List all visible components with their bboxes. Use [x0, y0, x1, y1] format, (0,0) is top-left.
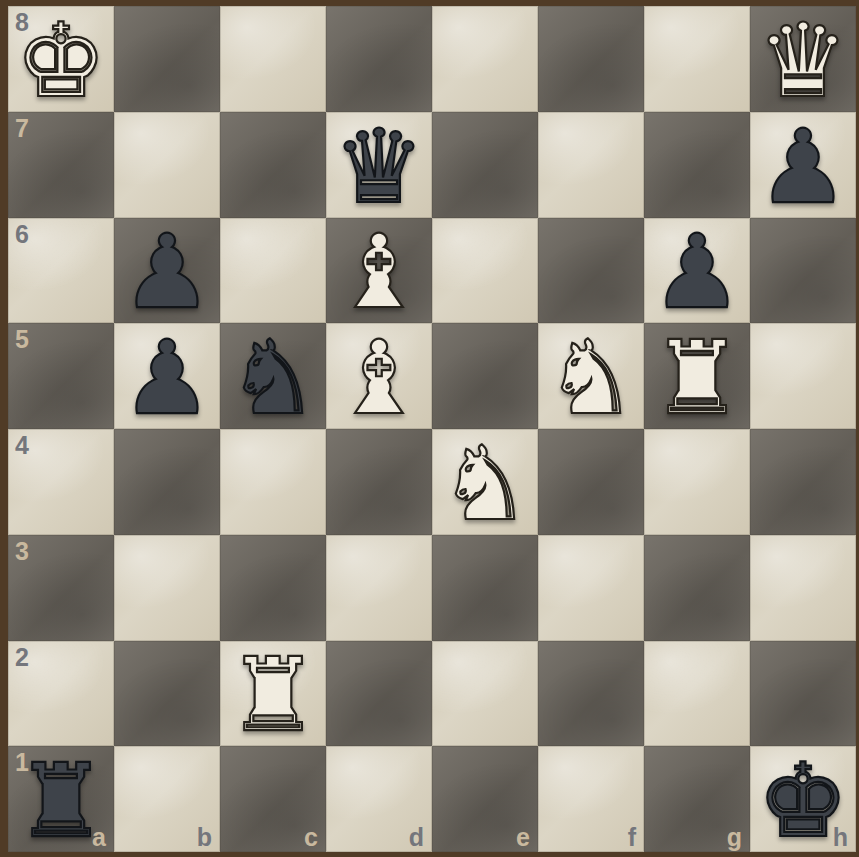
square-d7[interactable]: ♛: [326, 112, 432, 218]
square-c5[interactable]: ♞: [220, 323, 326, 429]
rank-label-6: 6: [15, 222, 29, 247]
rank-label-7: 7: [15, 116, 29, 141]
square-d6[interactable]: ♝: [326, 218, 432, 324]
piece-white-queen[interactable]: ♛: [757, 10, 848, 112]
square-g4[interactable]: [644, 429, 750, 535]
square-f1[interactable]: f: [538, 746, 644, 852]
square-b3[interactable]: [114, 535, 220, 641]
square-b6[interactable]: ♟: [114, 218, 220, 324]
square-g2[interactable]: [644, 641, 750, 747]
square-e8[interactable]: [432, 6, 538, 112]
file-label-e: e: [516, 825, 530, 850]
piece-white-rook[interactable]: ♜: [651, 327, 742, 429]
board-frame: 8♚♛7♛♟6♟♝♟5♟♞♝♞♜4♞32♜1a♜bcdefgh♚: [0, 0, 859, 857]
square-g7[interactable]: [644, 112, 750, 218]
square-c3[interactable]: [220, 535, 326, 641]
piece-black-king[interactable]: ♚: [757, 750, 848, 852]
square-d5[interactable]: ♝: [326, 323, 432, 429]
square-h7[interactable]: ♟: [750, 112, 856, 218]
file-label-d: d: [409, 825, 424, 850]
square-c4[interactable]: [220, 429, 326, 535]
file-label-f: f: [628, 825, 636, 850]
square-g8[interactable]: [644, 6, 750, 112]
square-f6[interactable]: [538, 218, 644, 324]
piece-white-knight[interactable]: ♞: [439, 433, 530, 535]
square-h2[interactable]: [750, 641, 856, 747]
piece-black-pawn[interactable]: ♟: [651, 221, 742, 323]
square-c1[interactable]: c: [220, 746, 326, 852]
chess-board: 8♚♛7♛♟6♟♝♟5♟♞♝♞♜4♞32♜1a♜bcdefgh♚: [8, 6, 856, 852]
square-f8[interactable]: [538, 6, 644, 112]
file-label-g: g: [727, 825, 742, 850]
square-h8[interactable]: ♛: [750, 6, 856, 112]
piece-black-pawn[interactable]: ♟: [757, 116, 848, 218]
rank-label-5: 5: [15, 327, 29, 352]
square-e4[interactable]: ♞: [432, 429, 538, 535]
square-a5[interactable]: 5: [8, 323, 114, 429]
piece-white-king[interactable]: ♚: [15, 10, 106, 112]
piece-white-bishop[interactable]: ♝: [333, 221, 424, 323]
piece-black-queen[interactable]: ♛: [333, 116, 424, 218]
piece-black-pawn[interactable]: ♟: [121, 221, 212, 323]
square-h1[interactable]: h♚: [750, 746, 856, 852]
square-f7[interactable]: [538, 112, 644, 218]
piece-black-knight[interactable]: ♞: [227, 327, 318, 429]
square-h5[interactable]: [750, 323, 856, 429]
square-f3[interactable]: [538, 535, 644, 641]
square-a3[interactable]: 3: [8, 535, 114, 641]
square-d8[interactable]: [326, 6, 432, 112]
square-f4[interactable]: [538, 429, 644, 535]
square-h6[interactable]: [750, 218, 856, 324]
square-e6[interactable]: [432, 218, 538, 324]
square-d2[interactable]: [326, 641, 432, 747]
square-b2[interactable]: [114, 641, 220, 747]
square-e3[interactable]: [432, 535, 538, 641]
piece-black-pawn[interactable]: ♟: [121, 327, 212, 429]
square-e5[interactable]: [432, 323, 538, 429]
piece-white-rook[interactable]: ♜: [227, 644, 318, 746]
file-label-b: b: [197, 825, 212, 850]
square-c6[interactable]: [220, 218, 326, 324]
piece-white-knight[interactable]: ♞: [545, 327, 636, 429]
square-c2[interactable]: ♜: [220, 641, 326, 747]
piece-black-rook[interactable]: ♜: [15, 750, 106, 852]
square-a8[interactable]: 8♚: [8, 6, 114, 112]
square-a1[interactable]: 1a♜: [8, 746, 114, 852]
square-b1[interactable]: b: [114, 746, 220, 852]
square-d1[interactable]: d: [326, 746, 432, 852]
square-c7[interactable]: [220, 112, 326, 218]
square-g1[interactable]: g: [644, 746, 750, 852]
square-a4[interactable]: 4: [8, 429, 114, 535]
square-a6[interactable]: 6: [8, 218, 114, 324]
rank-label-3: 3: [15, 539, 29, 564]
piece-white-bishop[interactable]: ♝: [333, 327, 424, 429]
square-f2[interactable]: [538, 641, 644, 747]
square-e2[interactable]: [432, 641, 538, 747]
square-h3[interactable]: [750, 535, 856, 641]
square-g3[interactable]: [644, 535, 750, 641]
square-b5[interactable]: ♟: [114, 323, 220, 429]
square-d4[interactable]: [326, 429, 432, 535]
square-a2[interactable]: 2: [8, 641, 114, 747]
square-c8[interactable]: [220, 6, 326, 112]
square-d3[interactable]: [326, 535, 432, 641]
square-a7[interactable]: 7: [8, 112, 114, 218]
file-label-c: c: [304, 825, 318, 850]
square-e1[interactable]: e: [432, 746, 538, 852]
square-f5[interactable]: ♞: [538, 323, 644, 429]
square-g5[interactable]: ♜: [644, 323, 750, 429]
rank-label-2: 2: [15, 645, 29, 670]
square-g6[interactable]: ♟: [644, 218, 750, 324]
square-h4[interactable]: [750, 429, 856, 535]
square-b7[interactable]: [114, 112, 220, 218]
square-b4[interactable]: [114, 429, 220, 535]
rank-label-4: 4: [15, 433, 29, 458]
square-b8[interactable]: [114, 6, 220, 112]
square-e7[interactable]: [432, 112, 538, 218]
